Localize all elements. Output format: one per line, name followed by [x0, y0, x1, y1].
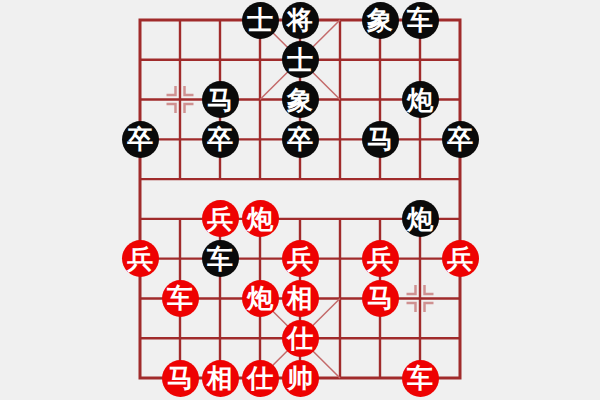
piece-black-horse[interactable]: 马: [362, 121, 399, 158]
piece-red-soldier[interactable]: 兵: [442, 240, 479, 277]
piece-black-advisor[interactable]: 士: [242, 2, 279, 39]
piece-black-soldier[interactable]: 卒: [122, 121, 159, 158]
xiangqi-board[interactable]: 士将象车士马象炮卒卒卒马卒兵炮炮兵车兵兵兵车炮相马仕马相仕帅车: [0, 0, 600, 400]
piece-red-cannon[interactable]: 炮: [242, 200, 279, 237]
piece-red-advisor[interactable]: 仕: [282, 320, 319, 357]
piece-red-soldier[interactable]: 兵: [122, 240, 159, 277]
piece-black-cannon[interactable]: 炮: [402, 200, 439, 237]
piece-red-cannon[interactable]: 炮: [242, 280, 279, 317]
piece-black-elephant[interactable]: 象: [362, 2, 399, 39]
piece-red-soldier[interactable]: 兵: [282, 240, 319, 277]
piece-red-elephant[interactable]: 相: [202, 360, 239, 397]
piece-red-horse[interactable]: 马: [362, 280, 399, 317]
piece-red-chariot[interactable]: 车: [402, 360, 439, 397]
piece-black-elephant[interactable]: 象: [282, 81, 319, 118]
piece-red-horse[interactable]: 马: [162, 360, 199, 397]
piece-black-general[interactable]: 将: [282, 2, 319, 39]
piece-black-horse[interactable]: 马: [202, 81, 239, 118]
piece-black-chariot[interactable]: 车: [202, 240, 239, 277]
piece-red-general[interactable]: 帅: [282, 360, 319, 397]
piece-black-cannon[interactable]: 炮: [402, 81, 439, 118]
piece-red-chariot[interactable]: 车: [162, 280, 199, 317]
piece-red-advisor[interactable]: 仕: [242, 360, 279, 397]
piece-red-soldier[interactable]: 兵: [202, 200, 239, 237]
piece-black-advisor[interactable]: 士: [282, 41, 319, 78]
piece-red-elephant[interactable]: 相: [282, 280, 319, 317]
piece-black-soldier[interactable]: 卒: [442, 121, 479, 158]
piece-black-soldier[interactable]: 卒: [202, 121, 239, 158]
piece-black-soldier[interactable]: 卒: [282, 121, 319, 158]
piece-red-soldier[interactable]: 兵: [362, 240, 399, 277]
piece-black-chariot[interactable]: 车: [402, 2, 439, 39]
